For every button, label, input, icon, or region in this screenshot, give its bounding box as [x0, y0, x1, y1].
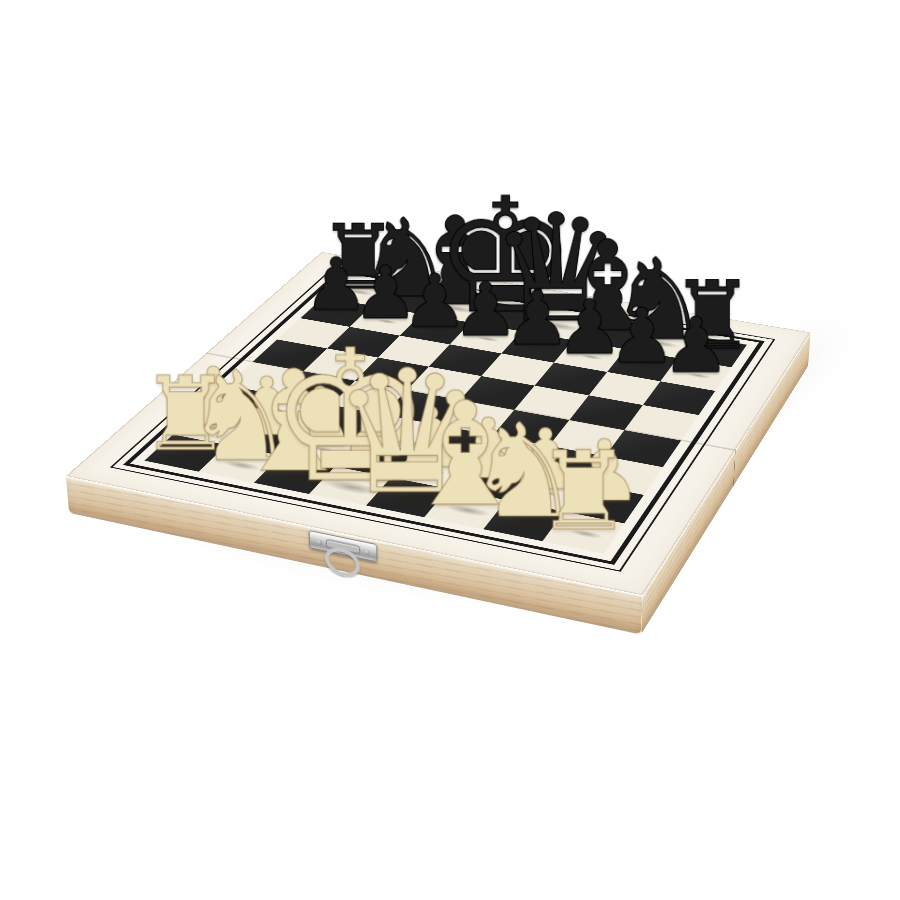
clasp-screw-icon [317, 539, 322, 544]
clasp [305, 527, 380, 583]
clasp-screw-icon [365, 549, 370, 554]
scene: ♜♞♝♚♛♝♞♜♟♟♟♟♟♟♟♟♟♟♟♟♟♟♟♟♜♞♝♚♛♝♞♜ [0, 0, 900, 900]
fold-seam-notch [733, 450, 736, 487]
piece-black-pawn: ♟ [662, 307, 730, 383]
piece-white-rook: ♜ [535, 437, 632, 546]
board-plane: ♜♞♝♚♛♝♞♜♟♟♟♟♟♟♟♟♟♟♟♟♟♟♟♟♜♞♝♚♛♝♞♜ [66, 252, 811, 595]
